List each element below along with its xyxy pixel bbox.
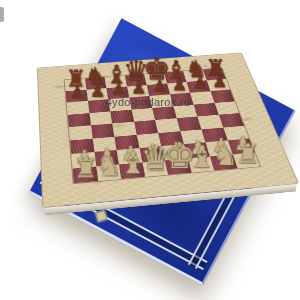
square-b4 bbox=[91, 124, 115, 139]
board-front-edge bbox=[45, 184, 297, 215]
square-d5 bbox=[131, 108, 155, 122]
board-perspective-wrap: ♜♞♝♛♚♝♞♜♟♟♟♟♟♟♟♟♟♟♟♟♟♟♟♟♜♞♝♛♚♝♞♜ bbox=[40, 5, 270, 235]
product-photo: ♜♞♝♛♚♝♞♜♟♟♟♟♟♟♟♟♟♟♟♟♟♟♟♟♜♞♝♛♚♝♞♜ 4ydo-po… bbox=[0, 0, 300, 300]
chess-board: ♜♞♝♛♚♝♞♜♟♟♟♟♟♟♟♟♟♟♟♟♟♟♟♟♜♞♝♛♚♝♞♜ bbox=[37, 53, 299, 208]
board-grid: ♜♞♝♛♚♝♞♜♟♟♟♟♟♟♟♟♟♟♟♟♟♟♟♟♜♞♝♛♚♝♞♜ bbox=[65, 68, 260, 183]
square-c4 bbox=[112, 122, 136, 137]
square-c5 bbox=[110, 109, 134, 123]
square-b5 bbox=[89, 111, 112, 125]
piece-white-rook: ♜ bbox=[69, 154, 102, 182]
watermark-text: 4ydo-podarok.ru bbox=[0, 96, 296, 108]
square-e4 bbox=[155, 118, 180, 133]
photo-smudge bbox=[0, 7, 4, 22]
square-a1: ♜ bbox=[72, 166, 97, 183]
square-h4 bbox=[218, 113, 244, 127]
square-e5 bbox=[152, 106, 176, 120]
square-d4 bbox=[134, 120, 158, 135]
